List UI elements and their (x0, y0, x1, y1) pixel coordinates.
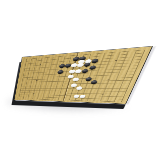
white-stone (72, 77, 79, 81)
white-stone (75, 69, 82, 73)
black-stone (91, 59, 99, 64)
hoshi-point (115, 60, 118, 61)
hoshi-point (36, 80, 38, 81)
hoshi-point (102, 94, 104, 95)
white-stone (76, 86, 83, 90)
black-stone (90, 80, 98, 84)
black-stone (81, 69, 88, 73)
white-stone (77, 63, 84, 67)
hoshi-point (33, 93, 35, 94)
hoshi-point (40, 64, 42, 65)
black-stone (57, 70, 64, 74)
hoshi-point (108, 79, 110, 80)
hoshi-point (64, 94, 66, 95)
go-board-surface (14, 46, 153, 104)
hoshi-point (69, 79, 71, 80)
product-photo-scene (0, 0, 160, 160)
black-stone (89, 65, 97, 69)
white-stone (79, 95, 86, 99)
goban-grid (16, 48, 149, 103)
